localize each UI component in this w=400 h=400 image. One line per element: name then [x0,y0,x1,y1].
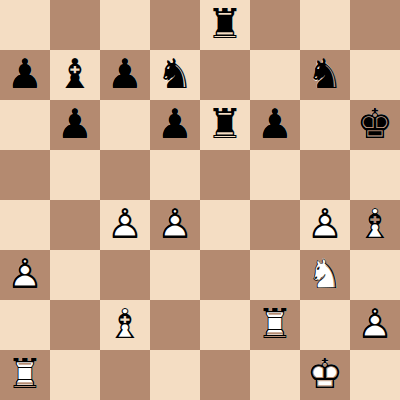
piece-white-knight[interactable]: ♞♘ [300,250,350,300]
square-c3[interactable] [100,250,150,300]
square-e5[interactable] [200,150,250,200]
black-bishop-icon: ♝ [50,50,100,100]
white-rook-icon: ♖ [250,300,300,350]
black-pawn-icon: ♟ [150,100,200,150]
piece-white-king[interactable]: ♚♔ [300,350,350,400]
square-h2[interactable]: ♟♙ [350,300,400,350]
piece-white-rook[interactable]: ♜♖ [250,300,300,350]
square-e6[interactable]: ♖♜ [200,100,250,150]
square-g6[interactable] [300,100,350,150]
square-a3[interactable]: ♟♙ [0,250,50,300]
square-g2[interactable] [300,300,350,350]
square-e2[interactable] [200,300,250,350]
piece-black-bishop[interactable]: ♗♝ [50,50,100,100]
square-a5[interactable] [0,150,50,200]
square-f4[interactable] [250,200,300,250]
square-d6[interactable]: ♙♟ [150,100,200,150]
chess-board: ♖♜♙♟♗♝♙♟♘♞♘♞♙♟♙♟♖♜♙♟♔♚♟♙♟♙♟♙♝♗♟♙♞♘♝♗♜♖♟♙… [0,0,400,400]
square-g1[interactable]: ♚♔ [300,350,350,400]
black-pawn-icon: ♟ [100,50,150,100]
piece-black-pawn[interactable]: ♙♟ [50,100,100,150]
piece-white-bishop[interactable]: ♝♗ [350,200,400,250]
square-f3[interactable] [250,250,300,300]
square-h1[interactable] [350,350,400,400]
square-b3[interactable] [50,250,100,300]
piece-black-knight[interactable]: ♘♞ [150,50,200,100]
square-g7[interactable]: ♘♞ [300,50,350,100]
square-b6[interactable]: ♙♟ [50,100,100,150]
square-d1[interactable] [150,350,200,400]
square-d5[interactable] [150,150,200,200]
piece-white-pawn[interactable]: ♟♙ [150,200,200,250]
square-f2[interactable]: ♜♖ [250,300,300,350]
square-g5[interactable] [300,150,350,200]
piece-white-pawn[interactable]: ♟♙ [300,200,350,250]
square-b8[interactable] [50,0,100,50]
square-h5[interactable] [350,150,400,200]
black-pawn-icon: ♟ [50,100,100,150]
square-b1[interactable] [50,350,100,400]
square-g4[interactable]: ♟♙ [300,200,350,250]
square-h7[interactable] [350,50,400,100]
white-pawn-icon: ♙ [350,300,400,350]
square-d4[interactable]: ♟♙ [150,200,200,250]
white-pawn-icon: ♙ [0,250,50,300]
square-b5[interactable] [50,150,100,200]
square-e3[interactable] [200,250,250,300]
white-pawn-icon: ♙ [300,200,350,250]
white-knight-icon: ♘ [300,250,350,300]
square-a6[interactable] [0,100,50,150]
white-bishop-icon: ♗ [350,200,400,250]
square-h6[interactable]: ♔♚ [350,100,400,150]
black-pawn-icon: ♟ [250,100,300,150]
piece-black-knight[interactable]: ♘♞ [300,50,350,100]
piece-white-bishop[interactable]: ♝♗ [100,300,150,350]
square-f6[interactable]: ♙♟ [250,100,300,150]
piece-black-pawn[interactable]: ♙♟ [250,100,300,150]
square-d3[interactable] [150,250,200,300]
piece-white-pawn[interactable]: ♟♙ [100,200,150,250]
black-rook-icon: ♜ [200,0,250,50]
square-a7[interactable]: ♙♟ [0,50,50,100]
piece-white-rook[interactable]: ♜♖ [0,350,50,400]
piece-black-rook[interactable]: ♖♜ [200,100,250,150]
piece-white-pawn[interactable]: ♟♙ [0,250,50,300]
black-knight-icon: ♞ [150,50,200,100]
square-h3[interactable] [350,250,400,300]
square-c5[interactable] [100,150,150,200]
square-d8[interactable] [150,0,200,50]
white-bishop-icon: ♗ [100,300,150,350]
square-b4[interactable] [50,200,100,250]
square-e7[interactable] [200,50,250,100]
square-b2[interactable] [50,300,100,350]
square-e4[interactable] [200,200,250,250]
white-rook-icon: ♖ [0,350,50,400]
black-knight-icon: ♞ [300,50,350,100]
piece-white-pawn[interactable]: ♟♙ [350,300,400,350]
white-pawn-icon: ♙ [150,200,200,250]
square-e8[interactable]: ♖♜ [200,0,250,50]
piece-black-rook[interactable]: ♖♜ [200,0,250,50]
square-a1[interactable]: ♜♖ [0,350,50,400]
square-f7[interactable] [250,50,300,100]
square-h4[interactable]: ♝♗ [350,200,400,250]
square-g3[interactable]: ♞♘ [300,250,350,300]
square-d2[interactable] [150,300,200,350]
white-king-icon: ♔ [300,350,350,400]
square-b7[interactable]: ♗♝ [50,50,100,100]
white-pawn-icon: ♙ [100,200,150,250]
piece-black-pawn[interactable]: ♙♟ [100,50,150,100]
square-g8[interactable] [300,0,350,50]
square-c4[interactable]: ♟♙ [100,200,150,250]
square-h8[interactable] [350,0,400,50]
square-c6[interactable] [100,100,150,150]
piece-black-king[interactable]: ♔♚ [350,100,400,150]
piece-black-pawn[interactable]: ♙♟ [0,50,50,100]
square-f8[interactable] [250,0,300,50]
square-c2[interactable]: ♝♗ [100,300,150,350]
square-a4[interactable] [0,200,50,250]
square-f5[interactable] [250,150,300,200]
square-d7[interactable]: ♘♞ [150,50,200,100]
square-c8[interactable] [100,0,150,50]
square-c1[interactable] [100,350,150,400]
square-c7[interactable]: ♙♟ [100,50,150,100]
black-pawn-icon: ♟ [0,50,50,100]
square-a2[interactable] [0,300,50,350]
piece-black-pawn[interactable]: ♙♟ [150,100,200,150]
square-e1[interactable] [200,350,250,400]
square-f1[interactable] [250,350,300,400]
square-a8[interactable] [0,0,50,50]
black-king-icon: ♚ [350,100,400,150]
black-rook-icon: ♜ [200,100,250,150]
